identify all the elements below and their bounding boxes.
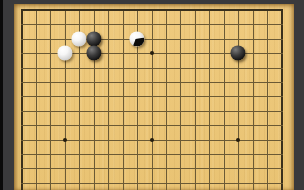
- grid-line-horizontal: [21, 125, 283, 126]
- grid-line-horizontal: [21, 39, 283, 40]
- grid-line-horizontal: [21, 111, 283, 112]
- grid-line-vertical: [152, 10, 153, 190]
- go-board[interactable]: [14, 4, 294, 190]
- grid-line-vertical: [209, 10, 210, 190]
- grid-line-vertical: [21, 10, 23, 190]
- grid-line-horizontal: [21, 24, 283, 25]
- grid-line-vertical: [238, 10, 239, 190]
- grid-line-vertical: [36, 10, 37, 190]
- grid-line-vertical: [267, 10, 268, 190]
- white-stone[interactable]: [72, 31, 87, 46]
- grid-line-vertical: [166, 10, 167, 190]
- grid-line-vertical: [50, 10, 51, 190]
- grid-line-vertical: [108, 10, 109, 190]
- grid-line-vertical: [195, 10, 196, 190]
- black-stone[interactable]: [86, 31, 101, 46]
- grid-line-horizontal: [21, 154, 283, 155]
- grid-line-vertical: [253, 10, 254, 190]
- black-stone[interactable]: [231, 46, 246, 61]
- white-stone[interactable]: [130, 31, 145, 46]
- star-point: [150, 51, 154, 55]
- grid-line-horizontal: [21, 82, 283, 83]
- grid-line-horizontal: [21, 68, 283, 69]
- grid-line-vertical: [281, 10, 283, 190]
- black-stone[interactable]: [86, 46, 101, 61]
- grid-line-vertical: [65, 10, 66, 190]
- grid-line-vertical: [123, 10, 124, 190]
- white-stone[interactable]: [57, 46, 72, 61]
- star-point: [63, 138, 67, 142]
- star-point: [236, 138, 240, 142]
- grid-line-horizontal: [21, 96, 283, 97]
- grid-line-vertical: [224, 10, 225, 190]
- grid-line-horizontal: [21, 168, 283, 169]
- star-point: [150, 138, 154, 142]
- go-app-screenshot: [0, 0, 304, 190]
- grid-line-horizontal: [21, 9, 283, 11]
- grid-line-vertical: [180, 10, 181, 190]
- letterbox-strip: [0, 0, 3, 190]
- last-move-marker: [130, 31, 145, 46]
- grid-line-horizontal: [21, 183, 283, 184]
